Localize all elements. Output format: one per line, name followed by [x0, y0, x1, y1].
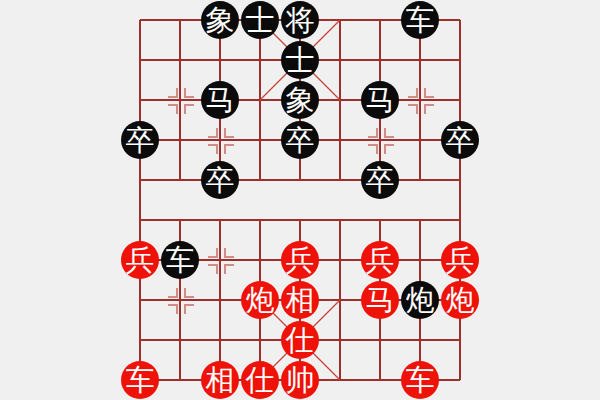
- point-marker-corner: [184, 88, 194, 98]
- point-marker-corner: [168, 288, 178, 298]
- piece-red-elephant[interactable]: 相: [201, 361, 239, 399]
- piece-red-advisor[interactable]: 仕: [241, 361, 279, 399]
- piece-red-soldier[interactable]: 兵: [281, 241, 319, 279]
- point-marker-corner: [368, 128, 378, 138]
- piece-black-horse[interactable]: 马: [201, 81, 239, 119]
- point-marker-corner: [184, 104, 194, 114]
- point-marker-corner: [184, 288, 194, 298]
- point-marker: [160, 80, 200, 120]
- point-marker-corner: [208, 144, 218, 154]
- piece-black-soldier[interactable]: 卒: [201, 161, 239, 199]
- point-marker-corner: [368, 144, 378, 154]
- point-marker-corner: [168, 104, 178, 114]
- point-marker: [200, 240, 240, 280]
- point-marker-corner: [384, 128, 394, 138]
- piece-black-soldier[interactable]: 卒: [361, 161, 399, 199]
- xiangqi-screenshot: 象士将车士马象马卒卒卒卒卒兵车兵兵兵炮相马炮炮仕车相仕帅车: [0, 0, 600, 400]
- point-marker-corner: [224, 128, 234, 138]
- point-marker-corner: [224, 248, 234, 258]
- point-marker-corner: [208, 264, 218, 274]
- point-marker: [400, 80, 440, 120]
- point-marker-corner: [208, 248, 218, 258]
- board-grid: 象士将车士马象马卒卒卒卒卒兵车兵兵兵炮相马炮炮仕车相仕帅车: [120, 0, 480, 400]
- point-marker-corner: [168, 88, 178, 98]
- piece-black-advisor[interactable]: 士: [281, 41, 319, 79]
- piece-red-general[interactable]: 帅: [281, 361, 319, 399]
- point-marker-corner: [424, 104, 434, 114]
- point-marker-corner: [384, 144, 394, 154]
- point-marker-corner: [184, 304, 194, 314]
- piece-black-advisor[interactable]: 士: [241, 1, 279, 39]
- point-marker-corner: [208, 128, 218, 138]
- piece-red-soldier[interactable]: 兵: [361, 241, 399, 279]
- point-marker-corner: [424, 88, 434, 98]
- piece-black-cannon[interactable]: 炮: [401, 281, 439, 319]
- point-marker: [160, 280, 200, 320]
- piece-red-soldier[interactable]: 兵: [441, 241, 479, 279]
- point-marker-corner: [408, 88, 418, 98]
- piece-black-horse[interactable]: 马: [361, 81, 399, 119]
- piece-black-elephant[interactable]: 象: [281, 81, 319, 119]
- point-marker: [360, 120, 400, 160]
- piece-red-cannon[interactable]: 炮: [241, 281, 279, 319]
- point-marker-corner: [224, 264, 234, 274]
- piece-black-soldier[interactable]: 卒: [281, 121, 319, 159]
- point-marker-corner: [408, 104, 418, 114]
- piece-black-soldier[interactable]: 卒: [121, 121, 159, 159]
- piece-black-chariot[interactable]: 车: [161, 241, 199, 279]
- piece-black-soldier[interactable]: 卒: [441, 121, 479, 159]
- piece-red-advisor[interactable]: 仕: [281, 321, 319, 359]
- piece-red-horse[interactable]: 马: [361, 281, 399, 319]
- piece-red-chariot[interactable]: 车: [401, 361, 439, 399]
- piece-black-chariot[interactable]: 车: [401, 1, 439, 39]
- piece-red-elephant[interactable]: 相: [281, 281, 319, 319]
- piece-black-elephant[interactable]: 象: [201, 1, 239, 39]
- point-marker-corner: [168, 304, 178, 314]
- point-marker: [200, 120, 240, 160]
- point-marker-corner: [224, 144, 234, 154]
- piece-red-soldier[interactable]: 兵: [121, 241, 159, 279]
- piece-black-general[interactable]: 将: [281, 1, 319, 39]
- piece-red-cannon[interactable]: 炮: [441, 281, 479, 319]
- piece-red-chariot[interactable]: 车: [121, 361, 159, 399]
- xiangqi-board: 象士将车士马象马卒卒卒卒卒兵车兵兵兵炮相马炮炮仕车相仕帅车: [140, 20, 460, 380]
